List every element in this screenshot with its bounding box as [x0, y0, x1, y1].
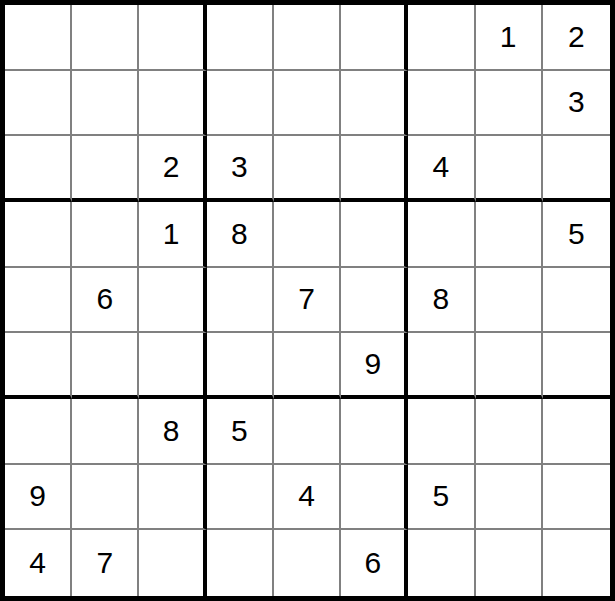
sudoku-cell-empty[interactable] [543, 530, 610, 596]
sudoku-cell-empty[interactable] [476, 399, 543, 465]
sudoku-cell-empty[interactable] [274, 202, 341, 268]
sudoku-cell-empty[interactable] [341, 5, 408, 71]
sudoku-cell-given: 3 [207, 136, 274, 202]
sudoku-cell-empty[interactable] [341, 268, 408, 334]
sudoku-cell-empty[interactable] [5, 333, 72, 399]
sudoku-cell-given: 4 [408, 136, 475, 202]
sudoku-cell-given: 4 [274, 465, 341, 531]
sudoku-cell-empty[interactable] [274, 333, 341, 399]
sudoku-cell-empty[interactable] [543, 333, 610, 399]
sudoku-cell-given: 5 [207, 399, 274, 465]
sudoku-cell-empty[interactable] [476, 202, 543, 268]
sudoku-cell-empty[interactable] [207, 333, 274, 399]
sudoku-cell-empty[interactable] [139, 268, 206, 334]
sudoku-cell-empty[interactable] [341, 136, 408, 202]
sudoku-cell-empty[interactable] [5, 399, 72, 465]
sudoku-cell-given: 9 [341, 333, 408, 399]
sudoku-cell-given: 9 [5, 465, 72, 531]
sudoku-cell-empty[interactable] [476, 465, 543, 531]
sudoku-cell-empty[interactable] [341, 465, 408, 531]
sudoku-cell-empty[interactable] [476, 136, 543, 202]
sudoku-cell-given: 7 [72, 530, 139, 596]
sudoku-cell-empty[interactable] [543, 399, 610, 465]
sudoku-cell-empty[interactable] [274, 530, 341, 596]
sudoku-cell-given: 6 [341, 530, 408, 596]
sudoku-cell-empty[interactable] [408, 5, 475, 71]
sudoku-cell-empty[interactable] [341, 71, 408, 137]
sudoku-cell-empty[interactable] [72, 465, 139, 531]
sudoku-cell-given: 3 [543, 71, 610, 137]
sudoku-cell-empty[interactable] [476, 530, 543, 596]
sudoku-cell-empty[interactable] [72, 5, 139, 71]
sudoku-cell-empty[interactable] [139, 71, 206, 137]
sudoku-cell-given: 1 [139, 202, 206, 268]
sudoku-cell-given: 5 [543, 202, 610, 268]
sudoku-cell-empty[interactable] [72, 202, 139, 268]
sudoku-cell-empty[interactable] [5, 136, 72, 202]
sudoku-cell-empty[interactable] [274, 5, 341, 71]
sudoku-cell-empty[interactable] [207, 530, 274, 596]
sudoku-cell-given: 6 [72, 268, 139, 334]
sudoku-cell-empty[interactable] [5, 268, 72, 334]
sudoku-cell-empty[interactable] [408, 333, 475, 399]
sudoku-cell-empty[interactable] [476, 268, 543, 334]
sudoku-cell-empty[interactable] [408, 399, 475, 465]
sudoku-cell-empty[interactable] [341, 399, 408, 465]
sudoku-cell-empty[interactable] [207, 5, 274, 71]
sudoku-cell-empty[interactable] [139, 5, 206, 71]
sudoku-cell-empty[interactable] [207, 71, 274, 137]
sudoku-cell-empty[interactable] [72, 333, 139, 399]
sudoku-cell-empty[interactable] [341, 202, 408, 268]
sudoku-cell-empty[interactable] [139, 465, 206, 531]
sudoku-cell-given: 2 [139, 136, 206, 202]
sudoku-cell-given: 2 [543, 5, 610, 71]
sudoku-cell-given: 4 [5, 530, 72, 596]
sudoku-cell-given: 5 [408, 465, 475, 531]
sudoku-cell-empty[interactable] [408, 71, 475, 137]
sudoku-cell-empty[interactable] [5, 5, 72, 71]
sudoku-cell-empty[interactable] [274, 399, 341, 465]
sudoku-cell-empty[interactable] [274, 136, 341, 202]
sudoku-cell-empty[interactable] [543, 268, 610, 334]
sudoku-cell-given: 8 [408, 268, 475, 334]
sudoku-cell-empty[interactable] [408, 202, 475, 268]
sudoku-cell-empty[interactable] [274, 71, 341, 137]
sudoku-cell-empty[interactable] [543, 136, 610, 202]
sudoku-cell-empty[interactable] [207, 268, 274, 334]
sudoku-cell-given: 8 [207, 202, 274, 268]
sudoku-cell-given: 8 [139, 399, 206, 465]
sudoku-cell-empty[interactable] [139, 530, 206, 596]
sudoku-cell-given: 7 [274, 268, 341, 334]
sudoku-cell-empty[interactable] [476, 333, 543, 399]
sudoku-cell-empty[interactable] [72, 399, 139, 465]
sudoku-cell-empty[interactable] [476, 71, 543, 137]
sudoku-cell-empty[interactable] [5, 202, 72, 268]
sudoku-cell-empty[interactable] [72, 136, 139, 202]
sudoku-cell-empty[interactable] [543, 465, 610, 531]
sudoku-cell-empty[interactable] [408, 530, 475, 596]
sudoku-board: 123234185678985945476 [0, 0, 615, 601]
sudoku-cell-empty[interactable] [72, 71, 139, 137]
sudoku-cell-empty[interactable] [5, 71, 72, 137]
sudoku-cell-empty[interactable] [139, 333, 206, 399]
sudoku-cell-given: 1 [476, 5, 543, 71]
sudoku-cell-empty[interactable] [207, 465, 274, 531]
